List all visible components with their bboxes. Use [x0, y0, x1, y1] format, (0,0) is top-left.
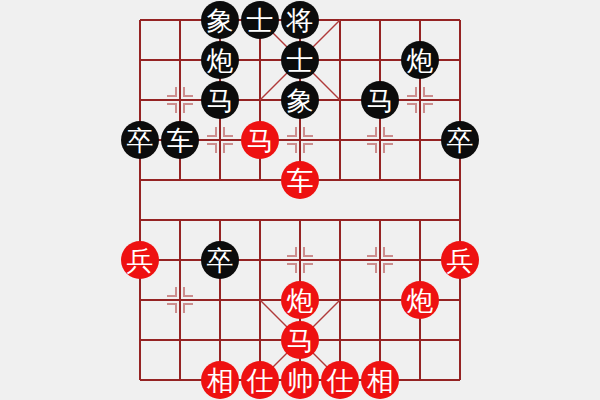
- black-general[interactable]: 将: [281, 1, 319, 39]
- black-advisor[interactable]: 士: [241, 1, 279, 39]
- red-advisor[interactable]: 仕: [321, 361, 359, 399]
- black-chariot[interactable]: 车: [161, 121, 199, 159]
- black-soldier[interactable]: 卒: [441, 121, 479, 159]
- black-cannon[interactable]: 炮: [201, 41, 239, 79]
- black-elephant[interactable]: 象: [201, 1, 239, 39]
- black-horse[interactable]: 马: [201, 81, 239, 119]
- black-elephant[interactable]: 象: [281, 81, 319, 119]
- black-advisor[interactable]: 士: [281, 41, 319, 79]
- red-soldier[interactable]: 兵: [121, 241, 159, 279]
- black-soldier[interactable]: 卒: [121, 121, 159, 159]
- red-elephant[interactable]: 相: [361, 361, 399, 399]
- black-cannon[interactable]: 炮: [401, 41, 439, 79]
- red-chariot[interactable]: 车: [281, 161, 319, 199]
- black-soldier[interactable]: 卒: [201, 241, 239, 279]
- red-cannon[interactable]: 炮: [401, 281, 439, 319]
- black-horse[interactable]: 马: [361, 81, 399, 119]
- red-king[interactable]: 帅: [281, 361, 319, 399]
- red-elephant[interactable]: 相: [201, 361, 239, 399]
- red-cannon[interactable]: 炮: [281, 281, 319, 319]
- red-advisor[interactable]: 仕: [241, 361, 279, 399]
- red-horse[interactable]: 马: [281, 321, 319, 359]
- red-soldier[interactable]: 兵: [441, 241, 479, 279]
- xiangqi-board: 象士将炮士炮马象马卒车马卒车兵卒兵炮炮马相仕帅仕相: [0, 0, 600, 400]
- red-horse[interactable]: 马: [241, 121, 279, 159]
- pieces-layer: 象士将炮士炮马象马卒车马卒车兵卒兵炮炮马相仕帅仕相: [120, 0, 480, 400]
